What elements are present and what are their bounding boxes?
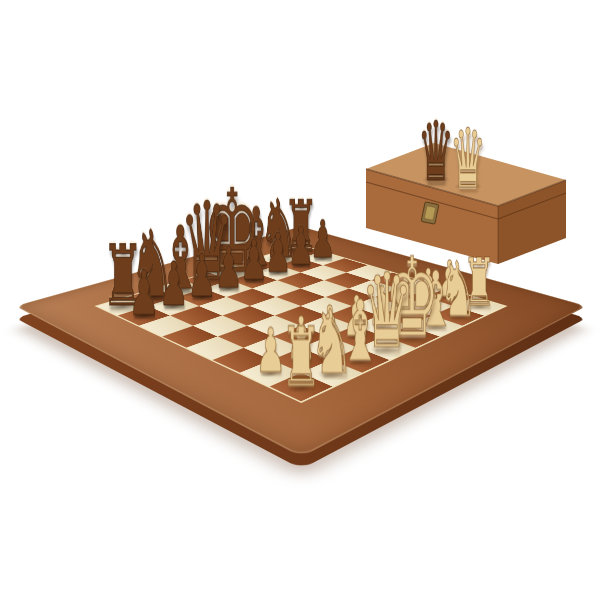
chess-board: ♜♞♝♛♚♝♞♜♟♟♟♟♟♟♟♟♟♟♟♟♟♟♟♟♜♞♝♛♚♝♞♜ (15, 226, 586, 457)
playing-area: ♜♞♝♛♚♝♞♜♟♟♟♟♟♟♟♟♟♟♟♟♟♟♟♟♜♞♝♛♚♝♞♜ (95, 244, 508, 403)
pawn-glyph: ♟ (240, 233, 268, 289)
pawn-glyph: ♟ (264, 226, 291, 281)
product-photo-scene: ♛♛ ♜♞♝♛♚♝♞♜♟♟♟♟♟♟♟♟♟♟♟♟♟♟♟♟♜♞♝♛♚♝♞♜ (0, 0, 600, 600)
pawn-glyph: ♟ (187, 247, 217, 306)
pawn-glyph: ♟ (158, 254, 189, 315)
pawn-glyph: ♟ (214, 239, 243, 297)
pawn-glyph: ♟ (128, 262, 159, 324)
rook-glyph: ♜ (281, 317, 322, 399)
